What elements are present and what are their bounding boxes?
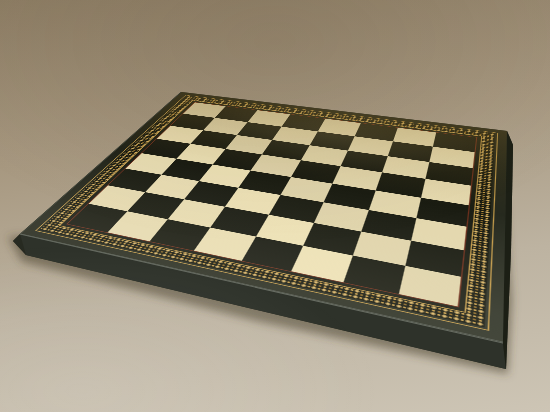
backdrop: [0, 0, 550, 412]
